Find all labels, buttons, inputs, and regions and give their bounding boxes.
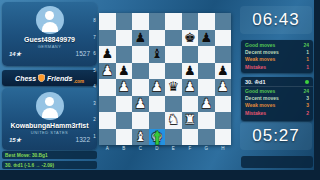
board-square-e8[interactable] [165,13,182,30]
board: ♟♚♟♟♝♟♟♟♟♟♟♛♟♟♟♟♞♜♝♚ [99,13,231,145]
stat-value: 3 [306,102,309,109]
board-square-d1[interactable]: ♚ [149,129,166,146]
board-square-e2[interactable]: ♞ [165,112,182,129]
chess-piece-h5: ♟ [217,63,229,80]
chess-piece-f2: ♜ [184,112,196,129]
chess-piece-d6: ♝ [151,46,163,63]
board-square-h3[interactable] [215,96,232,113]
board-square-g7[interactable]: ♟ [198,30,215,47]
board-square-g3[interactable]: ♟ [198,96,215,113]
board-square-h8[interactable] [215,13,232,30]
stat-row: Mistakes1 [241,64,313,71]
board-square-g6[interactable] [198,46,215,63]
player-card-bottom: KowabungaHamm3rfist UNITED STATES 15★ 13… [2,88,97,150]
board-square-d2[interactable] [149,112,166,129]
file-label-f: F [182,146,199,151]
stat-row: Good moves24 [241,88,313,95]
stat-label: Good moves [245,42,275,49]
board-square-g4[interactable] [198,79,215,96]
stat-value: 3 [306,95,309,102]
board-square-c8[interactable] [132,13,149,30]
stat-label: Good moves [245,88,275,95]
clock-bottom: 05:27 [240,122,312,150]
board-square-h5[interactable]: ♟ [215,63,232,80]
board-square-h4[interactable]: ♟ [215,79,232,96]
stats-rows: Good moves24Decent moves3Weak moves3Mist… [241,88,313,117]
board-square-a8[interactable] [99,13,116,30]
stats-panel-top: Good moves24Decent moves1Weak moves1Mist… [241,40,313,73]
best-move-label: Best Move: 30.Bg1 [5,153,48,158]
clock-top: 06:43 [240,6,312,34]
played-move-label: 30. ♔d1 (-1.6 → -2.09) [5,163,54,168]
stat-value: 1 [306,64,309,71]
best-move-arrow-icon [152,130,163,145]
rank-labels: 87654321 [91,13,98,145]
board-square-b2[interactable] [116,112,133,129]
board-square-c5[interactable] [132,63,149,80]
best-move-banner: Best Move: 30.Bg1 [2,151,97,159]
bottom-letterbox [0,170,320,180]
chess-piece-c7: ♟ [134,30,146,47]
stat-value: 24 [303,88,309,95]
board-square-c1[interactable]: ♝ [132,129,149,146]
board-square-f8[interactable] [182,13,199,30]
chess-piece-a6: ♟ [101,46,113,63]
chess-piece-f5: ♟ [184,63,196,80]
board-square-d3[interactable] [149,96,166,113]
stat-label: Mistakes [245,64,266,71]
chess-piece-c3: ♟ [134,96,146,113]
chess-piece-h4: ♟ [217,79,229,96]
rank-label-8: 8 [91,13,98,30]
player-name: KowabungaHamm3rfist [2,122,97,129]
board-square-g2[interactable] [198,112,215,129]
board-square-h7[interactable] [215,30,232,47]
player-rating: 1322 [76,136,90,143]
stat-value: 1 [306,56,309,63]
board-square-g5[interactable] [198,63,215,80]
avatar-head-icon [45,97,54,106]
board-square-c4[interactable] [132,79,149,96]
board-square-a7[interactable] [99,30,116,47]
board-square-f3[interactable] [182,96,199,113]
board-square-f1[interactable] [182,129,199,146]
chess-piece-g7: ♟ [200,30,212,47]
last-move-label: 30. ♔d1 [245,79,266,85]
board-square-b4[interactable]: ♟ [116,79,133,96]
board-square-e1[interactable] [165,129,182,146]
stat-row: Mistakes2 [241,110,313,117]
board-square-a1[interactable] [99,129,116,146]
file-label-c: C [132,146,149,151]
board-square-c2[interactable] [132,112,149,129]
stat-label: Mistakes [245,110,266,117]
stat-row: Decent moves3 [241,95,313,102]
shield-icon [38,74,45,82]
board-square-e5[interactable] [165,63,182,80]
chess-piece-b5: ♟ [118,63,130,80]
chess-piece-e4: ♛ [167,79,179,96]
file-label-g: G [198,146,215,151]
board-square-h2[interactable] [215,112,232,129]
board-square-a4[interactable] [99,79,116,96]
player-card-top: Guest48849979 GERMANY 14★ 1527 [2,2,97,66]
file-labels: ABCDEFGH [99,146,231,151]
avatar-torso-icon [42,108,58,118]
board-square-d6[interactable]: ♝ [149,46,166,63]
stat-value: 1 [306,49,309,56]
board-square-b1[interactable] [116,129,133,146]
chess-piece-c1: ♝ [134,129,146,146]
avatar-torso-icon [42,22,58,32]
board-square-f5[interactable]: ♟ [182,63,199,80]
stats-panel-bottom: 30. ♔d1 Good moves24Decent moves3Weak mo… [241,77,313,121]
board-square-f4[interactable]: ♟ [182,79,199,96]
board-square-e7[interactable] [165,30,182,47]
board-square-a2[interactable] [99,112,116,129]
board-square-h6[interactable] [215,46,232,63]
logo-suffix: .com [73,79,84,84]
file-label-d: D [149,146,166,151]
rank-label-5: 5 [91,63,98,80]
bottom-right-bar [241,156,313,168]
rank-label-6: 6 [91,46,98,63]
stat-row: Weak moves3 [241,102,313,109]
file-label-e: E [165,146,182,151]
stat-row: Weak moves1 [241,56,313,63]
rank-label-3: 3 [91,96,98,113]
board-square-f6[interactable] [182,46,199,63]
file-label-h: H [215,146,232,151]
chess-piece-d4: ♟ [151,79,163,96]
chess-piece-e2: ♞ [167,112,179,129]
board-square-e6[interactable] [165,46,182,63]
board-square-b3[interactable] [116,96,133,113]
board-square-f7[interactable]: ♚ [182,30,199,47]
played-move-eval: 30. ♔d1 (-1.6 → -2.09) [2,161,97,169]
board-square-c6[interactable] [132,46,149,63]
logo-text-left: Chess [15,75,36,82]
avatar-head-icon [45,11,54,20]
chess-piece-a5: ♟ [101,63,113,80]
player-level-badge: 15★ [9,136,21,143]
player-level-badge: 14★ [9,50,21,57]
board-square-b7[interactable] [116,30,133,47]
board-square-d7[interactable] [149,30,166,47]
board-square-c3[interactable]: ♟ [132,96,149,113]
chess-piece-f7: ♚ [184,30,196,47]
player-name: Guest48849979 [2,36,97,43]
rank-label-7: 7 [91,30,98,47]
stat-label: Decent moves [245,49,279,56]
board-square-a6[interactable]: ♟ [99,46,116,63]
board-square-c7[interactable]: ♟ [132,30,149,47]
board-square-d4[interactable]: ♟ [149,79,166,96]
board-square-g1[interactable] [198,129,215,146]
rank-label-1: 1 [91,129,98,146]
stat-value: 2 [306,110,309,117]
board-square-b5[interactable]: ♟ [116,63,133,80]
last-move-header: 30. ♔d1 [241,79,313,87]
app-window: Guest48849979 GERMANY 14★ 1527 Chess Fri… [0,0,320,180]
board-square-g8[interactable] [198,13,215,30]
rank-label-2: 2 [91,112,98,129]
file-label-a: A [99,146,116,151]
logo-text-right: Friends [47,75,72,82]
avatar [36,92,64,120]
board-square-b8[interactable] [116,13,133,30]
board-square-e4[interactable]: ♛ [165,79,182,96]
rank-label-4: 4 [91,79,98,96]
board-square-b6[interactable] [116,46,133,63]
chess-piece-g3: ♟ [200,96,212,113]
board-square-d5[interactable] [149,63,166,80]
stat-value: 24 [303,42,309,49]
file-label-b: B [116,146,133,151]
board-square-a5[interactable]: ♟ [99,63,116,80]
brand-logo: Chess Friends .com [2,70,97,86]
board-square-a3[interactable] [99,96,116,113]
board-square-h1[interactable] [215,129,232,146]
stat-row: Decent moves1 [241,49,313,56]
chess-piece-f4: ♟ [184,79,196,96]
move-quality-dot [305,80,309,84]
board-square-f2[interactable]: ♜ [182,112,199,129]
stat-label: Weak moves [245,56,275,63]
board-square-e3[interactable] [165,96,182,113]
stat-label: Weak moves [245,102,275,109]
avatar [36,6,64,34]
board-square-d8[interactable] [149,13,166,30]
player-rating: 1527 [76,50,90,57]
right-letterbox [314,0,320,180]
chess-piece-b4: ♟ [118,79,130,96]
stat-row: Good moves24 [241,42,313,49]
stat-label: Decent moves [245,95,279,102]
